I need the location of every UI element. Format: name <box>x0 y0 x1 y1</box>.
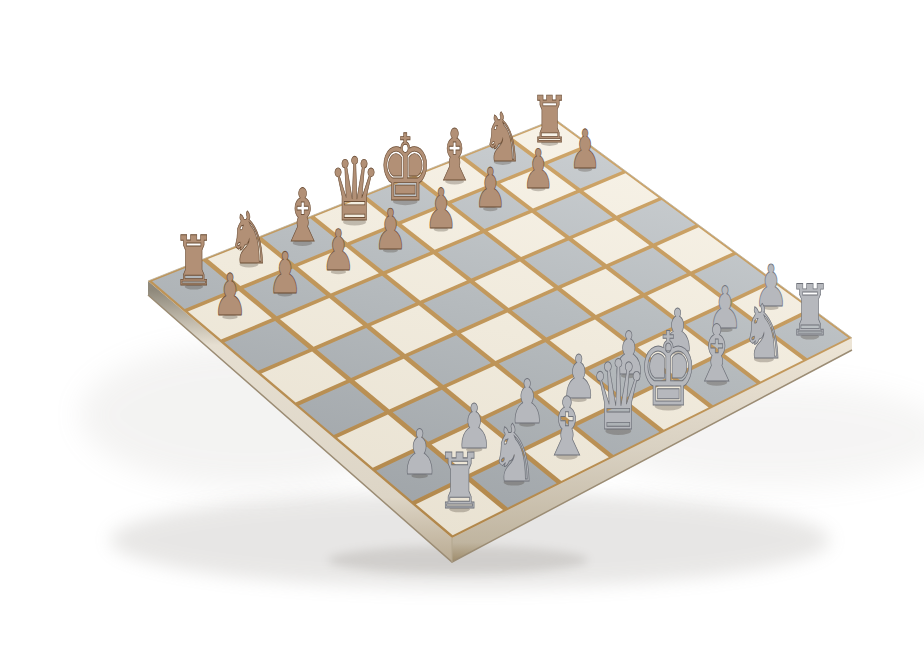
piece-silver-knight-b1[interactable]: ♞ <box>490 408 537 500</box>
piece-wood-pawn-f7[interactable]: ♟ <box>474 157 507 221</box>
piece-wood-pawn-b7[interactable]: ♟ <box>268 240 302 306</box>
piece-silver-rook-h1[interactable]: ♜ <box>789 269 831 351</box>
piece-wood-pawn-h7[interactable]: ♟ <box>569 119 601 181</box>
piece-wood-rook-a8[interactable]: ♜ <box>173 222 214 302</box>
piece-wood-pawn-c7[interactable]: ♟ <box>321 217 355 283</box>
piece-silver-rook-a1[interactable]: ♜ <box>437 437 483 525</box>
piece-silver-bishop-f1[interactable]: ♝ <box>693 308 740 400</box>
piece-wood-pawn-d7[interactable]: ♟ <box>374 197 407 262</box>
piece-wood-pawn-a7[interactable]: ♟ <box>213 261 248 329</box>
piece-silver-bishop-c1[interactable]: ♝ <box>543 379 592 473</box>
piece-silver-queen-d1[interactable]: ♛ <box>589 340 647 452</box>
piece-wood-pawn-e7[interactable]: ♟ <box>424 176 457 241</box>
chessboard-scene: ♜♞♟♝♟♚♟♛♟♝♟♞♟♜♟♟♟♟♜♟♞♟♝♟♚♟♛♟♝♟♞♜ <box>0 0 924 666</box>
chess-set-photo: ♜♞♟♝♟♚♟♛♟♝♟♞♟♜♟♟♟♟♜♟♞♟♝♟♚♟♛♟♝♟♞♜ <box>0 0 924 666</box>
piece-silver-knight-g1[interactable]: ♞ <box>742 288 787 375</box>
piece-wood-pawn-g7[interactable]: ♟ <box>522 137 554 201</box>
piece-silver-pawn-a2[interactable]: ♟ <box>401 416 438 489</box>
